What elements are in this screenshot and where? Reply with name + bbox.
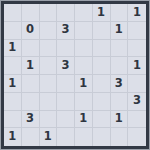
cell-r6c6[interactable]: [93, 93, 111, 111]
cell-r7c5[interactable]: 1: [75, 111, 93, 129]
cell-r5c7[interactable]: 3: [111, 75, 129, 93]
cell-r6c5[interactable]: [75, 93, 93, 111]
cell-r2c3[interactable]: [40, 22, 58, 40]
cell-r7c4[interactable]: [57, 111, 75, 129]
cell-r3c3[interactable]: [40, 40, 58, 58]
cell-r3c8[interactable]: [128, 40, 146, 58]
cell-r4c2[interactable]: 1: [22, 57, 40, 75]
cell-r5c3[interactable]: [40, 75, 58, 93]
puzzle-grid: 110311131113331111: [4, 4, 146, 146]
cell-r8c3[interactable]: 1: [40, 128, 58, 146]
cell-r6c1[interactable]: [4, 93, 22, 111]
cell-r8c6[interactable]: [93, 128, 111, 146]
cell-r4c3[interactable]: [40, 57, 58, 75]
cell-r8c4[interactable]: [57, 128, 75, 146]
cell-r1c3[interactable]: [40, 4, 58, 22]
cell-r3c1[interactable]: 1: [4, 40, 22, 58]
cell-r1c6[interactable]: 1: [93, 4, 111, 22]
cell-r4c1[interactable]: [4, 57, 22, 75]
cell-r3c4[interactable]: [57, 40, 75, 58]
cell-r7c7[interactable]: 1: [111, 111, 129, 129]
cell-r5c4[interactable]: [57, 75, 75, 93]
board-frame: 110311131113331111: [1, 1, 149, 149]
cell-r7c1[interactable]: [4, 111, 22, 129]
cell-r6c7[interactable]: [111, 93, 129, 111]
cell-r5c5[interactable]: 1: [75, 75, 93, 93]
cell-r5c6[interactable]: [93, 75, 111, 93]
cell-r2c2[interactable]: 0: [22, 22, 40, 40]
cell-r5c8[interactable]: [128, 75, 146, 93]
cell-r2c6[interactable]: [93, 22, 111, 40]
cell-r5c2[interactable]: [22, 75, 40, 93]
cell-r2c5[interactable]: [75, 22, 93, 40]
cell-r6c3[interactable]: [40, 93, 58, 111]
cell-r2c4[interactable]: 3: [57, 22, 75, 40]
cell-r7c2[interactable]: 3: [22, 111, 40, 129]
cell-r6c8[interactable]: 3: [128, 93, 146, 111]
cell-r3c5[interactable]: [75, 40, 93, 58]
cell-r8c7[interactable]: [111, 128, 129, 146]
cell-r4c8[interactable]: 1: [128, 57, 146, 75]
puzzle-board: 110311131113331111: [0, 0, 150, 150]
cell-r4c7[interactable]: [111, 57, 129, 75]
cell-r2c7[interactable]: 1: [111, 22, 129, 40]
cell-r2c1[interactable]: [4, 22, 22, 40]
cell-r3c6[interactable]: [93, 40, 111, 58]
cell-r7c3[interactable]: [40, 111, 58, 129]
cell-r4c6[interactable]: [93, 57, 111, 75]
cell-r1c2[interactable]: [22, 4, 40, 22]
cell-r1c5[interactable]: [75, 4, 93, 22]
cell-r1c8[interactable]: 1: [128, 4, 146, 22]
cell-r6c2[interactable]: [22, 93, 40, 111]
cell-r1c7[interactable]: [111, 4, 129, 22]
cell-r5c1[interactable]: 1: [4, 75, 22, 93]
cell-r1c1[interactable]: [4, 4, 22, 22]
cell-r4c4[interactable]: 3: [57, 57, 75, 75]
cell-r8c1[interactable]: 1: [4, 128, 22, 146]
cell-r8c5[interactable]: [75, 128, 93, 146]
cell-r3c7[interactable]: [111, 40, 129, 58]
cell-r8c2[interactable]: [22, 128, 40, 146]
cell-r4c5[interactable]: [75, 57, 93, 75]
cell-r6c4[interactable]: [57, 93, 75, 111]
cell-r3c2[interactable]: [22, 40, 40, 58]
cell-r7c6[interactable]: [93, 111, 111, 129]
cell-r2c8[interactable]: [128, 22, 146, 40]
cell-r8c8[interactable]: [128, 128, 146, 146]
cell-r7c8[interactable]: [128, 111, 146, 129]
cell-r1c4[interactable]: [57, 4, 75, 22]
